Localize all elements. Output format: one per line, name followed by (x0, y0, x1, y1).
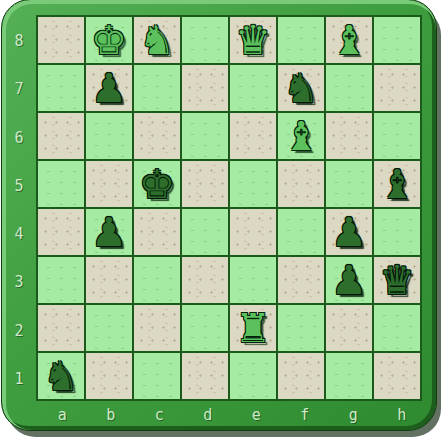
square-a3[interactable] (38, 257, 84, 303)
file-label-f: f (281, 402, 330, 428)
square-d1[interactable] (182, 353, 228, 399)
rank-labels: 87654321 (2, 17, 36, 403)
square-a4[interactable] (38, 209, 84, 255)
square-d2[interactable] (182, 305, 228, 351)
square-d5[interactable] (182, 161, 228, 207)
square-c7[interactable] (134, 65, 180, 111)
square-e3[interactable] (230, 257, 276, 303)
white-knight[interactable]: ♞ (139, 17, 175, 63)
black-queen[interactable]: ♛ (379, 257, 415, 303)
black-pawn[interactable]: ♟ (91, 209, 127, 255)
square-f6[interactable]: ♝ (278, 113, 324, 159)
rank-label-6: 6 (2, 114, 36, 162)
square-h5[interactable]: ♝ (374, 161, 420, 207)
square-g1[interactable] (326, 353, 372, 399)
square-d7[interactable] (182, 65, 228, 111)
square-e2[interactable]: ♜ (230, 305, 276, 351)
square-g2[interactable] (326, 305, 372, 351)
square-b7[interactable]: ♟ (86, 65, 132, 111)
black-knight[interactable]: ♞ (283, 65, 319, 111)
square-c2[interactable] (134, 305, 180, 351)
white-queen[interactable]: ♛ (235, 17, 271, 63)
black-pawn[interactable]: ♟ (331, 209, 367, 255)
file-label-d: d (184, 402, 233, 428)
square-d4[interactable] (182, 209, 228, 255)
square-b5[interactable] (86, 161, 132, 207)
square-b1[interactable] (86, 353, 132, 399)
file-label-e: e (232, 402, 281, 428)
square-b6[interactable] (86, 113, 132, 159)
rank-label-2: 2 (2, 307, 36, 355)
black-pawn[interactable]: ♟ (331, 257, 367, 303)
square-d3[interactable] (182, 257, 228, 303)
square-f2[interactable] (278, 305, 324, 351)
black-king[interactable]: ♚ (139, 161, 175, 207)
file-label-h: h (378, 402, 427, 428)
white-rook[interactable]: ♜ (235, 305, 271, 351)
square-f5[interactable] (278, 161, 324, 207)
rank-label-3: 3 (2, 258, 36, 306)
square-c4[interactable] (134, 209, 180, 255)
square-d6[interactable] (182, 113, 228, 159)
black-bishop[interactable]: ♝ (379, 161, 415, 207)
square-h2[interactable] (374, 305, 420, 351)
square-c8[interactable]: ♞ (134, 17, 180, 63)
square-c1[interactable] (134, 353, 180, 399)
chess-app: 87654321 abcdefgh ♚♞♛♝♟♞♝♚♝♟♟♟♛♜♞ (0, 0, 444, 442)
square-a2[interactable] (38, 305, 84, 351)
rank-label-5: 5 (2, 162, 36, 210)
white-bishop[interactable]: ♝ (283, 113, 319, 159)
square-c5[interactable]: ♚ (134, 161, 180, 207)
square-f7[interactable]: ♞ (278, 65, 324, 111)
black-knight[interactable]: ♞ (43, 353, 79, 399)
square-h1[interactable] (374, 353, 420, 399)
square-h4[interactable] (374, 209, 420, 255)
square-e1[interactable] (230, 353, 276, 399)
square-a6[interactable] (38, 113, 84, 159)
square-h6[interactable] (374, 113, 420, 159)
rank-label-8: 8 (2, 17, 36, 65)
rank-label-7: 7 (2, 65, 36, 113)
square-a1[interactable]: ♞ (38, 353, 84, 399)
square-f1[interactable] (278, 353, 324, 399)
square-e6[interactable] (230, 113, 276, 159)
square-b8[interactable]: ♚ (86, 17, 132, 63)
square-a8[interactable] (38, 17, 84, 63)
square-h7[interactable] (374, 65, 420, 111)
square-g7[interactable] (326, 65, 372, 111)
square-b4[interactable]: ♟ (86, 209, 132, 255)
file-label-c: c (135, 402, 184, 428)
file-label-a: a (38, 402, 87, 428)
square-g8[interactable]: ♝ (326, 17, 372, 63)
square-g4[interactable]: ♟ (326, 209, 372, 255)
black-pawn[interactable]: ♟ (91, 65, 127, 111)
square-a5[interactable] (38, 161, 84, 207)
square-c3[interactable] (134, 257, 180, 303)
square-f3[interactable] (278, 257, 324, 303)
square-b3[interactable] (86, 257, 132, 303)
file-label-g: g (329, 402, 378, 428)
square-f4[interactable] (278, 209, 324, 255)
square-h8[interactable] (374, 17, 420, 63)
board-frame: 87654321 abcdefgh ♚♞♛♝♟♞♝♚♝♟♟♟♛♜♞ (2, 0, 436, 430)
square-f8[interactable] (278, 17, 324, 63)
square-g5[interactable] (326, 161, 372, 207)
rank-label-1: 1 (2, 355, 36, 403)
square-g6[interactable] (326, 113, 372, 159)
square-c6[interactable] (134, 113, 180, 159)
file-labels: abcdefgh (38, 402, 426, 428)
square-e5[interactable] (230, 161, 276, 207)
square-h3[interactable]: ♛ (374, 257, 420, 303)
square-g3[interactable]: ♟ (326, 257, 372, 303)
square-b2[interactable] (86, 305, 132, 351)
chess-board: ♚♞♛♝♟♞♝♚♝♟♟♟♛♜♞ (36, 15, 422, 401)
square-e4[interactable] (230, 209, 276, 255)
square-e8[interactable]: ♛ (230, 17, 276, 63)
file-label-b: b (87, 402, 136, 428)
rank-label-4: 4 (2, 210, 36, 258)
square-e7[interactable] (230, 65, 276, 111)
white-king[interactable]: ♚ (91, 17, 127, 63)
square-d8[interactable] (182, 17, 228, 63)
white-bishop[interactable]: ♝ (331, 17, 367, 63)
square-a7[interactable] (38, 65, 84, 111)
